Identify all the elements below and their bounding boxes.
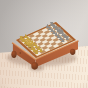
- drawer-knob: [19, 52, 21, 54]
- photo-viewport: ♜♞♝♛♚♝♞♜♟♟♟♟♟♟♟♟♟♟♟♟♟♟♟♟♜♞♝♛♚♝♞♜: [0, 0, 88, 88]
- chess-set-scene: ♜♞♝♛♚♝♞♜♟♟♟♟♟♟♟♟♟♟♟♟♟♟♟♟♜♞♝♛♚♝♞♜: [0, 0, 88, 88]
- bun-foot-front: [31, 62, 38, 70]
- bun-foot-right: [70, 49, 75, 55]
- bun-foot-left: [11, 51, 16, 58]
- square-h1: [35, 52, 42, 56]
